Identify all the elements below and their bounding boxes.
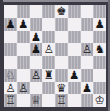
square-b3[interactable] [17, 69, 30, 82]
square-c8[interactable] [30, 5, 43, 18]
square-g5[interactable]: ♙ [81, 43, 94, 56]
board-frame-top-edge [3, 0, 108, 2]
square-e1[interactable]: ♖ [55, 94, 68, 107]
square-e4[interactable] [55, 56, 68, 69]
piece-white-pawn: ♙ [81, 43, 94, 56]
square-e5[interactable] [55, 43, 68, 56]
square-d8[interactable] [42, 5, 55, 18]
square-h1[interactable]: ♔ [93, 94, 106, 107]
board-frame-right-edge [108, 0, 110, 111]
square-a4[interactable] [4, 56, 17, 69]
square-f2[interactable] [68, 82, 81, 95]
square-a1[interactable]: ♖ [4, 94, 17, 107]
square-e7[interactable] [55, 18, 68, 31]
piece-black-rook: ♜ [42, 69, 55, 82]
piece-white-pawn: ♙ [42, 43, 55, 56]
piece-black-pawn: ♟ [81, 82, 94, 95]
square-c1[interactable]: ♕ [30, 94, 43, 107]
square-g7[interactable] [81, 18, 94, 31]
piece-black-king: ♚ [55, 5, 68, 18]
square-b7[interactable]: ♟ [17, 18, 30, 31]
square-b1[interactable] [17, 94, 30, 107]
square-d3[interactable]: ♜ [42, 69, 55, 82]
square-h5[interactable]: ♞ [93, 43, 106, 56]
square-a6[interactable] [4, 31, 17, 44]
square-d7[interactable] [42, 18, 55, 31]
square-e8[interactable]: ♚ [55, 5, 68, 18]
square-f5[interactable] [68, 43, 81, 56]
square-f1[interactable] [68, 94, 81, 107]
square-h3[interactable] [93, 69, 106, 82]
board-grid: ♚♟♟♟♟♟♙♙♞♘♙♜♟♙♙♛♟♖♕♖♔ [4, 5, 106, 107]
square-h7[interactable]: ♟ [93, 18, 106, 31]
square-f7[interactable] [68, 18, 81, 31]
square-g4[interactable] [81, 56, 94, 69]
square-a5[interactable] [4, 43, 17, 56]
square-e3[interactable] [55, 69, 68, 82]
square-d1[interactable] [42, 94, 55, 107]
square-g8[interactable] [81, 5, 94, 18]
piece-black-pawn: ♟ [17, 18, 30, 31]
square-a8[interactable] [4, 5, 17, 18]
square-d2[interactable] [42, 82, 55, 95]
piece-white-rook: ♖ [4, 94, 17, 107]
square-d5[interactable]: ♙ [42, 43, 55, 56]
square-f6[interactable] [68, 31, 81, 44]
piece-white-king: ♔ [93, 94, 106, 107]
square-f3[interactable]: ♟ [68, 69, 81, 82]
piece-black-pawn: ♟ [4, 18, 17, 31]
square-g1[interactable] [81, 94, 94, 107]
square-g2[interactable]: ♟ [81, 82, 94, 95]
square-c5[interactable]: ♟ [30, 43, 43, 56]
square-b6[interactable] [17, 31, 30, 44]
square-b5[interactable] [17, 43, 30, 56]
square-a3[interactable]: ♘ [4, 69, 17, 82]
square-c3[interactable]: ♙ [30, 69, 43, 82]
square-g3[interactable] [81, 69, 94, 82]
piece-white-queen: ♕ [30, 94, 43, 107]
piece-black-knight: ♞ [93, 43, 106, 56]
chess-board-frame: ♚♟♟♟♟♟♙♙♞♘♙♜♟♙♙♛♟♖♕♖♔ [0, 0, 110, 111]
square-d4[interactable] [42, 56, 55, 69]
square-e6[interactable] [55, 31, 68, 44]
square-b4[interactable] [17, 56, 30, 69]
square-h4[interactable] [93, 56, 106, 69]
square-b8[interactable] [17, 5, 30, 18]
piece-black-pawn: ♟ [93, 18, 106, 31]
piece-white-knight: ♘ [4, 69, 17, 82]
square-c4[interactable] [30, 56, 43, 69]
piece-black-pawn: ♟ [30, 43, 43, 56]
square-f8[interactable] [68, 5, 81, 18]
piece-white-rook: ♖ [55, 94, 68, 107]
square-a7[interactable]: ♟ [4, 18, 17, 31]
piece-white-pawn: ♙ [30, 69, 43, 82]
square-b2[interactable]: ♙ [17, 82, 30, 95]
piece-black-pawn: ♟ [68, 69, 81, 82]
square-h8[interactable] [93, 5, 106, 18]
square-f4[interactable] [68, 56, 81, 69]
square-c7[interactable] [30, 18, 43, 31]
piece-white-pawn: ♙ [17, 82, 30, 95]
